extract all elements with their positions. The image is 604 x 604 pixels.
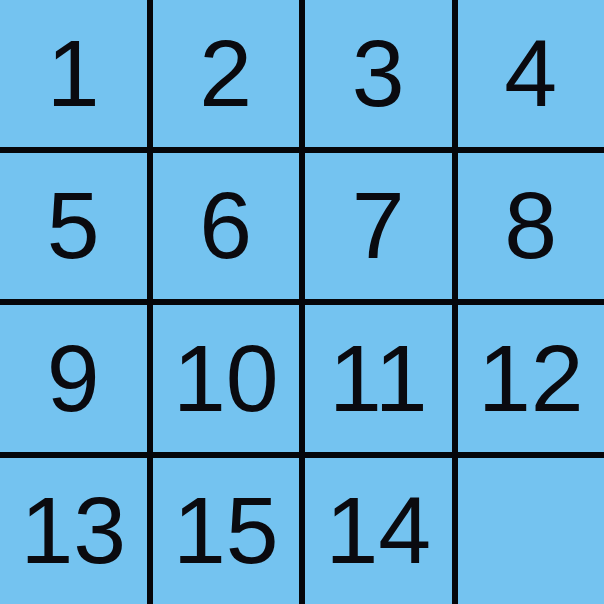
tile-15[interactable]: 15 <box>153 458 300 604</box>
tile-10[interactable]: 10 <box>153 305 300 452</box>
empty-cell <box>458 458 604 604</box>
tile-5[interactable]: 5 <box>0 153 147 300</box>
tile-11[interactable]: 11 <box>305 305 452 452</box>
tile-7[interactable]: 7 <box>305 153 452 300</box>
tile-12[interactable]: 12 <box>458 305 604 452</box>
tile-1[interactable]: 1 <box>0 0 147 147</box>
tile-9[interactable]: 9 <box>0 305 147 452</box>
tile-2[interactable]: 2 <box>153 0 300 147</box>
tile-6[interactable]: 6 <box>153 153 300 300</box>
tile-14[interactable]: 14 <box>305 458 452 604</box>
tile-4[interactable]: 4 <box>458 0 604 147</box>
fifteen-puzzle-board: 1 2 3 4 5 6 7 8 9 10 11 12 13 15 14 <box>0 0 604 604</box>
tile-3[interactable]: 3 <box>305 0 452 147</box>
tile-13[interactable]: 13 <box>0 458 147 604</box>
tile-8[interactable]: 8 <box>458 153 604 300</box>
